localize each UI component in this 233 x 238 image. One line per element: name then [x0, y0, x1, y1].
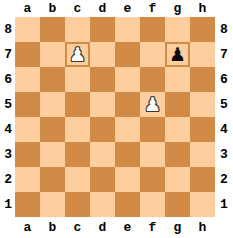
square-g3[interactable] [165, 142, 190, 167]
black-pawn-g7[interactable]: ♟ [169, 44, 186, 65]
chess-board-diagram: abcdefgh887♟♟7665♟544332211abcdefgh [0, 0, 233, 238]
square-g5[interactable] [165, 92, 190, 117]
square-b6[interactable] [40, 67, 65, 92]
square-b1[interactable] [40, 192, 65, 217]
square-g2[interactable] [165, 167, 190, 192]
chess-board: abcdefgh887♟♟7665♟544332211abcdefgh [0, 0, 233, 238]
square-h3[interactable] [190, 142, 215, 167]
white-pawn-f5[interactable]: ♟ [144, 94, 161, 115]
file-label-bottom-h: h [190, 217, 215, 238]
square-d5[interactable] [90, 92, 115, 117]
square-a6[interactable] [15, 67, 40, 92]
file-label-bottom-g: g [165, 217, 190, 238]
square-f5[interactable]: ♟ [140, 92, 165, 117]
file-label-top-d: d [90, 0, 115, 17]
rank-label-right-6: 6 [215, 67, 233, 92]
rank-label-left-3: 3 [0, 142, 15, 167]
square-f8[interactable] [140, 17, 165, 42]
piece-bitmap-bg-c7: ♟ [67, 44, 88, 65]
piece-bitmap-bg-f5: ♟ [142, 94, 163, 115]
square-h1[interactable] [190, 192, 215, 217]
file-label-bottom-d: d [90, 217, 115, 238]
square-d8[interactable] [90, 17, 115, 42]
square-b3[interactable] [40, 142, 65, 167]
square-b4[interactable] [40, 117, 65, 142]
square-e4[interactable] [115, 117, 140, 142]
corner-top-right [215, 0, 233, 17]
square-e5[interactable] [115, 92, 140, 117]
file-label-top-f: f [140, 0, 165, 17]
square-h4[interactable] [190, 117, 215, 142]
square-d2[interactable] [90, 167, 115, 192]
square-a5[interactable] [15, 92, 40, 117]
white-pawn-c7[interactable]: ♟ [69, 44, 86, 65]
square-e7[interactable] [115, 42, 140, 67]
rank-label-left-2: 2 [0, 167, 15, 192]
corner-bottom-right [215, 217, 233, 238]
square-c5[interactable] [65, 92, 90, 117]
file-label-bottom-b: b [40, 217, 65, 238]
file-label-bottom-f: f [140, 217, 165, 238]
square-g7[interactable]: ♟ [165, 42, 190, 67]
rank-label-left-7: 7 [0, 42, 15, 67]
rank-label-left-6: 6 [0, 67, 15, 92]
square-f7[interactable] [140, 42, 165, 67]
square-e6[interactable] [115, 67, 140, 92]
rank-label-left-5: 5 [0, 92, 15, 117]
corner-top-left [0, 0, 15, 17]
square-e3[interactable] [115, 142, 140, 167]
rank-label-right-4: 4 [215, 117, 233, 142]
square-e2[interactable] [115, 167, 140, 192]
square-d1[interactable] [90, 192, 115, 217]
square-d3[interactable] [90, 142, 115, 167]
rank-label-left-4: 4 [0, 117, 15, 142]
square-h5[interactable] [190, 92, 215, 117]
file-label-bottom-a: a [15, 217, 40, 238]
square-h8[interactable] [190, 17, 215, 42]
square-f2[interactable] [140, 167, 165, 192]
square-e1[interactable] [115, 192, 140, 217]
file-label-top-h: h [190, 0, 215, 17]
square-h2[interactable] [190, 167, 215, 192]
square-b7[interactable] [40, 42, 65, 67]
square-g4[interactable] [165, 117, 190, 142]
square-c1[interactable] [65, 192, 90, 217]
square-c4[interactable] [65, 117, 90, 142]
square-c2[interactable] [65, 167, 90, 192]
rank-label-right-5: 5 [215, 92, 233, 117]
file-label-top-e: e [115, 0, 140, 17]
square-a1[interactable] [15, 192, 40, 217]
square-f6[interactable] [140, 67, 165, 92]
rank-label-right-2: 2 [215, 167, 233, 192]
square-h7[interactable] [190, 42, 215, 67]
file-label-top-g: g [165, 0, 190, 17]
rank-label-left-8: 8 [0, 17, 15, 42]
square-b8[interactable] [40, 17, 65, 42]
rank-label-left-1: 1 [0, 192, 15, 217]
square-f3[interactable] [140, 142, 165, 167]
square-e8[interactable] [115, 17, 140, 42]
square-g6[interactable] [165, 67, 190, 92]
rank-label-right-1: 1 [215, 192, 233, 217]
square-f4[interactable] [140, 117, 165, 142]
square-b2[interactable] [40, 167, 65, 192]
square-c6[interactable] [65, 67, 90, 92]
file-label-top-a: a [15, 0, 40, 17]
square-c8[interactable] [65, 17, 90, 42]
square-a8[interactable] [15, 17, 40, 42]
square-a3[interactable] [15, 142, 40, 167]
file-label-top-c: c [65, 0, 90, 17]
square-d7[interactable] [90, 42, 115, 67]
square-a2[interactable] [15, 167, 40, 192]
square-a4[interactable] [15, 117, 40, 142]
square-c3[interactable] [65, 142, 90, 167]
square-f1[interactable] [140, 192, 165, 217]
rank-label-right-8: 8 [215, 17, 233, 42]
square-d4[interactable] [90, 117, 115, 142]
square-c7[interactable]: ♟ [65, 42, 90, 67]
square-a7[interactable] [15, 42, 40, 67]
file-label-bottom-e: e [115, 217, 140, 238]
file-label-top-b: b [40, 0, 65, 17]
rank-label-right-7: 7 [215, 42, 233, 67]
square-g8[interactable] [165, 17, 190, 42]
square-g1[interactable] [165, 192, 190, 217]
square-h6[interactable] [190, 67, 215, 92]
piece-bitmap-bg-g7: ♟ [167, 44, 188, 65]
square-d6[interactable] [90, 67, 115, 92]
file-label-bottom-c: c [65, 217, 90, 238]
rank-label-right-3: 3 [215, 142, 233, 167]
corner-bottom-left [0, 217, 15, 238]
square-b5[interactable] [40, 92, 65, 117]
